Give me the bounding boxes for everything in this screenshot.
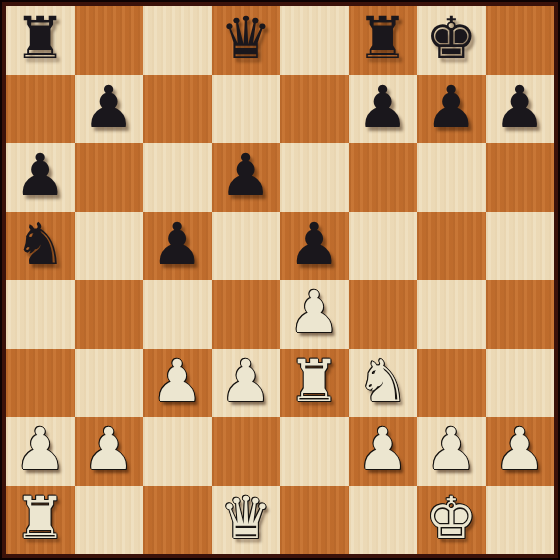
square-d7[interactable] bbox=[212, 75, 281, 144]
square-g1[interactable]: ♚ bbox=[417, 486, 486, 555]
square-h4[interactable] bbox=[486, 280, 555, 349]
square-f6[interactable] bbox=[349, 143, 418, 212]
square-f5[interactable] bbox=[349, 212, 418, 281]
square-a7[interactable] bbox=[6, 75, 75, 144]
square-e2[interactable] bbox=[280, 417, 349, 486]
piece-white-pawn[interactable]: ♟ bbox=[288, 283, 340, 341]
square-g7[interactable]: ♟ bbox=[417, 75, 486, 144]
piece-white-pawn[interactable]: ♟ bbox=[357, 420, 409, 478]
square-d5[interactable] bbox=[212, 212, 281, 281]
square-e4[interactable]: ♟ bbox=[280, 280, 349, 349]
square-h7[interactable]: ♟ bbox=[486, 75, 555, 144]
piece-black-pawn[interactable]: ♟ bbox=[425, 78, 477, 136]
piece-black-pawn[interactable]: ♟ bbox=[14, 146, 66, 204]
square-c6[interactable] bbox=[143, 143, 212, 212]
square-g3[interactable] bbox=[417, 349, 486, 418]
square-b3[interactable] bbox=[75, 349, 144, 418]
piece-white-pawn[interactable]: ♟ bbox=[220, 352, 272, 410]
square-e5[interactable]: ♟ bbox=[280, 212, 349, 281]
piece-white-pawn[interactable]: ♟ bbox=[151, 352, 203, 410]
square-e6[interactable] bbox=[280, 143, 349, 212]
square-d2[interactable] bbox=[212, 417, 281, 486]
piece-black-knight[interactable]: ♞ bbox=[14, 215, 66, 273]
square-c4[interactable] bbox=[143, 280, 212, 349]
piece-white-pawn[interactable]: ♟ bbox=[83, 420, 135, 478]
piece-black-pawn[interactable]: ♟ bbox=[220, 146, 272, 204]
square-a6[interactable]: ♟ bbox=[6, 143, 75, 212]
square-f3[interactable]: ♞ bbox=[349, 349, 418, 418]
square-a3[interactable] bbox=[6, 349, 75, 418]
piece-white-king[interactable]: ♚ bbox=[425, 489, 477, 547]
square-c5[interactable]: ♟ bbox=[143, 212, 212, 281]
square-d8[interactable]: ♛ bbox=[212, 6, 281, 75]
square-g4[interactable] bbox=[417, 280, 486, 349]
square-e1[interactable] bbox=[280, 486, 349, 555]
piece-black-rook[interactable]: ♜ bbox=[14, 9, 66, 67]
square-h8[interactable] bbox=[486, 6, 555, 75]
piece-black-king[interactable]: ♚ bbox=[425, 9, 477, 67]
square-g2[interactable]: ♟ bbox=[417, 417, 486, 486]
piece-white-knight[interactable]: ♞ bbox=[357, 352, 409, 410]
square-e3[interactable]: ♜ bbox=[280, 349, 349, 418]
square-b7[interactable]: ♟ bbox=[75, 75, 144, 144]
square-d3[interactable]: ♟ bbox=[212, 349, 281, 418]
square-h2[interactable]: ♟ bbox=[486, 417, 555, 486]
square-c3[interactable]: ♟ bbox=[143, 349, 212, 418]
piece-white-pawn[interactable]: ♟ bbox=[494, 420, 546, 478]
piece-white-queen[interactable]: ♛ bbox=[220, 489, 272, 547]
piece-black-queen[interactable]: ♛ bbox=[220, 9, 272, 67]
square-d1[interactable]: ♛ bbox=[212, 486, 281, 555]
square-h1[interactable] bbox=[486, 486, 555, 555]
square-c2[interactable] bbox=[143, 417, 212, 486]
piece-black-pawn[interactable]: ♟ bbox=[357, 78, 409, 136]
square-a5[interactable]: ♞ bbox=[6, 212, 75, 281]
square-e7[interactable] bbox=[280, 75, 349, 144]
square-c1[interactable] bbox=[143, 486, 212, 555]
piece-black-rook[interactable]: ♜ bbox=[357, 9, 409, 67]
square-d4[interactable] bbox=[212, 280, 281, 349]
square-b1[interactable] bbox=[75, 486, 144, 555]
square-f8[interactable]: ♜ bbox=[349, 6, 418, 75]
chess-board-frame: ♜♛♜♚♟♟♟♟♟♟♞♟♟♟♟♟♜♞♟♟♟♟♟♜♛♚ bbox=[0, 0, 560, 560]
square-g5[interactable] bbox=[417, 212, 486, 281]
piece-white-rook[interactable]: ♜ bbox=[288, 352, 340, 410]
square-b2[interactable]: ♟ bbox=[75, 417, 144, 486]
square-c8[interactable] bbox=[143, 6, 212, 75]
piece-black-pawn[interactable]: ♟ bbox=[288, 215, 340, 273]
square-f2[interactable]: ♟ bbox=[349, 417, 418, 486]
square-b8[interactable] bbox=[75, 6, 144, 75]
square-a2[interactable]: ♟ bbox=[6, 417, 75, 486]
square-g6[interactable] bbox=[417, 143, 486, 212]
piece-white-pawn[interactable]: ♟ bbox=[425, 420, 477, 478]
square-h6[interactable] bbox=[486, 143, 555, 212]
square-b6[interactable] bbox=[75, 143, 144, 212]
square-f1[interactable] bbox=[349, 486, 418, 555]
square-h5[interactable] bbox=[486, 212, 555, 281]
square-b4[interactable] bbox=[75, 280, 144, 349]
square-f7[interactable]: ♟ bbox=[349, 75, 418, 144]
square-b5[interactable] bbox=[75, 212, 144, 281]
piece-black-pawn[interactable]: ♟ bbox=[151, 215, 203, 273]
piece-black-pawn[interactable]: ♟ bbox=[83, 78, 135, 136]
square-c7[interactable] bbox=[143, 75, 212, 144]
square-e8[interactable] bbox=[280, 6, 349, 75]
square-a8[interactable]: ♜ bbox=[6, 6, 75, 75]
square-f4[interactable] bbox=[349, 280, 418, 349]
piece-black-pawn[interactable]: ♟ bbox=[494, 78, 546, 136]
square-g8[interactable]: ♚ bbox=[417, 6, 486, 75]
square-a1[interactable]: ♜ bbox=[6, 486, 75, 555]
chess-board: ♜♛♜♚♟♟♟♟♟♟♞♟♟♟♟♟♜♞♟♟♟♟♟♜♛♚ bbox=[2, 2, 558, 558]
square-a4[interactable] bbox=[6, 280, 75, 349]
piece-white-pawn[interactable]: ♟ bbox=[14, 420, 66, 478]
square-h3[interactable] bbox=[486, 349, 555, 418]
piece-white-rook[interactable]: ♜ bbox=[14, 489, 66, 547]
square-d6[interactable]: ♟ bbox=[212, 143, 281, 212]
